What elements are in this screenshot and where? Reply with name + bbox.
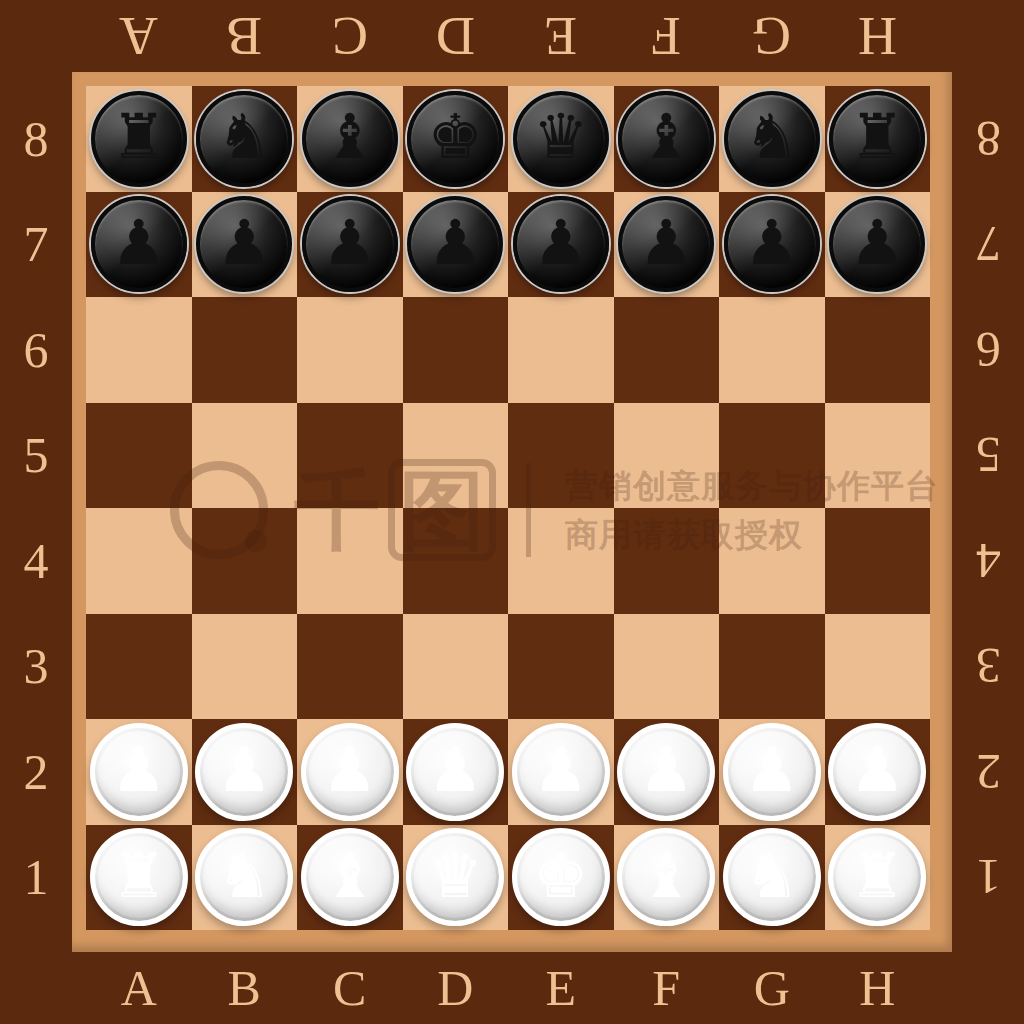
piece-white-pawn[interactable]: ♟ bbox=[90, 723, 188, 821]
rank-label-5: 5 bbox=[976, 426, 1001, 484]
file-label-f: F bbox=[652, 959, 680, 1017]
square-h1[interactable]: ♜ bbox=[825, 825, 931, 931]
file-label-f: F bbox=[651, 5, 681, 67]
square-f2[interactable]: ♟ bbox=[614, 719, 720, 825]
square-a2[interactable]: ♟ bbox=[86, 719, 192, 825]
piece-white-pawn[interactable]: ♟ bbox=[406, 723, 504, 821]
square-c2[interactable]: ♟ bbox=[297, 719, 403, 825]
square-c4[interactable] bbox=[297, 508, 403, 614]
piece-black-bishop[interactable]: ♝ bbox=[618, 91, 714, 187]
white-pawn-icon: ♟ bbox=[638, 739, 694, 801]
square-a1[interactable]: ♜ bbox=[86, 825, 192, 931]
white-pawn-icon: ♟ bbox=[744, 739, 800, 801]
black-pawn-icon: ♟ bbox=[533, 212, 589, 274]
black-bishop-icon: ♝ bbox=[322, 106, 378, 168]
rank-label-5: 5 bbox=[24, 426, 49, 484]
square-b6[interactable] bbox=[192, 297, 298, 403]
piece-black-pawn[interactable]: ♟ bbox=[513, 196, 609, 292]
square-a4[interactable] bbox=[86, 508, 192, 614]
piece-white-king[interactable]: ♚ bbox=[512, 828, 610, 926]
square-a5[interactable] bbox=[86, 403, 192, 509]
square-a8[interactable]: ♜ bbox=[86, 86, 192, 192]
rank-label-8: 8 bbox=[976, 110, 1001, 168]
rank-label-7: 7 bbox=[24, 215, 49, 273]
rank-label-2: 2 bbox=[24, 743, 49, 801]
chess-board-scene: ABCDEFGH 87654321 87654321 ABCDEFGH ♜♞♝♚… bbox=[0, 0, 1024, 1024]
rank-label-8: 8 bbox=[24, 110, 49, 168]
piece-white-rook[interactable]: ♜ bbox=[90, 828, 188, 926]
file-label-b: B bbox=[226, 5, 262, 67]
piece-white-pawn[interactable]: ♟ bbox=[195, 723, 293, 821]
square-g5[interactable] bbox=[719, 403, 825, 509]
rank-label-3: 3 bbox=[24, 637, 49, 695]
file-label-e: E bbox=[544, 5, 577, 67]
rank-label-4: 4 bbox=[976, 532, 1001, 590]
board-grid: ♜♞♝♚♛♝♞♜♟♟♟♟♟♟♟♟♟♟♟♟♟♟♟♟♜♞♝♛♚♝♞♜ bbox=[86, 86, 930, 930]
piece-white-pawn[interactable]: ♟ bbox=[512, 723, 610, 821]
square-d6[interactable] bbox=[403, 297, 509, 403]
black-pawn-icon: ♟ bbox=[638, 212, 694, 274]
square-h5[interactable] bbox=[825, 403, 931, 509]
square-g3[interactable] bbox=[719, 614, 825, 720]
square-d5[interactable] bbox=[403, 403, 509, 509]
square-f3[interactable] bbox=[614, 614, 720, 720]
piece-black-pawn[interactable]: ♟ bbox=[829, 196, 925, 292]
square-h2[interactable]: ♟ bbox=[825, 719, 931, 825]
white-knight-icon: ♞ bbox=[744, 845, 800, 907]
square-b3[interactable] bbox=[192, 614, 298, 720]
square-g8[interactable]: ♞ bbox=[719, 86, 825, 192]
piece-black-pawn[interactable]: ♟ bbox=[407, 196, 503, 292]
piece-white-knight[interactable]: ♞ bbox=[723, 828, 821, 926]
piece-black-pawn[interactable]: ♟ bbox=[302, 196, 398, 292]
rank-label-1: 1 bbox=[976, 848, 1001, 906]
black-pawn-icon: ♟ bbox=[427, 212, 483, 274]
rank-label-6: 6 bbox=[976, 321, 1001, 379]
rank-labels-left: 87654321 bbox=[0, 86, 72, 930]
black-knight-icon: ♞ bbox=[216, 106, 272, 168]
square-d8[interactable]: ♚ bbox=[403, 86, 509, 192]
square-f6[interactable] bbox=[614, 297, 720, 403]
black-bishop-icon: ♝ bbox=[638, 106, 694, 168]
square-c6[interactable] bbox=[297, 297, 403, 403]
white-rook-icon: ♜ bbox=[849, 845, 905, 907]
white-queen-icon: ♛ bbox=[427, 845, 483, 907]
square-h7[interactable]: ♟ bbox=[825, 192, 931, 298]
square-e5[interactable] bbox=[508, 403, 614, 509]
square-c5[interactable] bbox=[297, 403, 403, 509]
piece-black-rook[interactable]: ♜ bbox=[829, 91, 925, 187]
piece-white-bishop[interactable]: ♝ bbox=[617, 828, 715, 926]
rank-label-7: 7 bbox=[976, 215, 1001, 273]
white-pawn-icon: ♟ bbox=[111, 739, 167, 801]
white-king-icon: ♚ bbox=[533, 845, 589, 907]
file-label-a: A bbox=[119, 5, 158, 67]
white-bishop-icon: ♝ bbox=[322, 845, 378, 907]
piece-black-king[interactable]: ♚ bbox=[407, 91, 503, 187]
black-pawn-icon: ♟ bbox=[744, 212, 800, 274]
square-a3[interactable] bbox=[86, 614, 192, 720]
black-pawn-icon: ♟ bbox=[849, 212, 905, 274]
square-a6[interactable] bbox=[86, 297, 192, 403]
file-label-d: D bbox=[437, 959, 473, 1017]
white-bishop-icon: ♝ bbox=[638, 845, 694, 907]
square-c7[interactable]: ♟ bbox=[297, 192, 403, 298]
square-b2[interactable]: ♟ bbox=[192, 719, 298, 825]
rank-label-3: 3 bbox=[976, 637, 1001, 695]
square-g1[interactable]: ♞ bbox=[719, 825, 825, 931]
file-label-g: G bbox=[752, 5, 791, 67]
piece-white-pawn[interactable]: ♟ bbox=[301, 723, 399, 821]
file-label-h: H bbox=[858, 5, 897, 67]
square-d3[interactable] bbox=[403, 614, 509, 720]
rank-labels-right: 87654321 bbox=[952, 86, 1024, 930]
black-pawn-icon: ♟ bbox=[216, 212, 272, 274]
rank-label-6: 6 bbox=[24, 321, 49, 379]
square-b8[interactable]: ♞ bbox=[192, 86, 298, 192]
square-g7[interactable]: ♟ bbox=[719, 192, 825, 298]
file-label-c: C bbox=[332, 5, 368, 67]
square-h8[interactable]: ♜ bbox=[825, 86, 931, 192]
square-e8[interactable]: ♛ bbox=[508, 86, 614, 192]
square-f4[interactable] bbox=[614, 508, 720, 614]
white-pawn-icon: ♟ bbox=[427, 739, 483, 801]
white-pawn-icon: ♟ bbox=[322, 739, 378, 801]
square-d4[interactable] bbox=[403, 508, 509, 614]
square-d2[interactable]: ♟ bbox=[403, 719, 509, 825]
piece-white-bishop[interactable]: ♝ bbox=[301, 828, 399, 926]
black-pawn-icon: ♟ bbox=[111, 212, 167, 274]
square-b4[interactable] bbox=[192, 508, 298, 614]
square-e6[interactable] bbox=[508, 297, 614, 403]
piece-black-pawn[interactable]: ♟ bbox=[91, 196, 187, 292]
file-label-g: G bbox=[754, 959, 790, 1017]
file-label-e: E bbox=[545, 959, 576, 1017]
file-labels-bottom: ABCDEFGH bbox=[86, 952, 930, 1024]
piece-black-rook[interactable]: ♜ bbox=[91, 91, 187, 187]
square-g2[interactable]: ♟ bbox=[719, 719, 825, 825]
white-rook-icon: ♜ bbox=[111, 845, 167, 907]
black-rook-icon: ♜ bbox=[111, 106, 167, 168]
square-f8[interactable]: ♝ bbox=[614, 86, 720, 192]
white-pawn-icon: ♟ bbox=[216, 739, 272, 801]
square-b7[interactable]: ♟ bbox=[192, 192, 298, 298]
square-h4[interactable] bbox=[825, 508, 931, 614]
rank-label-1: 1 bbox=[24, 848, 49, 906]
square-e1[interactable]: ♚ bbox=[508, 825, 614, 931]
white-pawn-icon: ♟ bbox=[533, 739, 589, 801]
piece-black-pawn[interactable]: ♟ bbox=[724, 196, 820, 292]
square-g4[interactable] bbox=[719, 508, 825, 614]
square-f5[interactable] bbox=[614, 403, 720, 509]
rank-label-2: 2 bbox=[976, 743, 1001, 801]
file-labels-top: ABCDEFGH bbox=[86, 0, 930, 72]
piece-white-pawn[interactable]: ♟ bbox=[723, 723, 821, 821]
file-label-c: C bbox=[333, 959, 366, 1017]
piece-white-knight[interactable]: ♞ bbox=[195, 828, 293, 926]
piece-black-queen[interactable]: ♛ bbox=[513, 91, 609, 187]
file-label-a: A bbox=[121, 959, 157, 1017]
black-king-icon: ♚ bbox=[427, 106, 483, 168]
square-e7[interactable]: ♟ bbox=[508, 192, 614, 298]
square-b1[interactable]: ♞ bbox=[192, 825, 298, 931]
white-knight-icon: ♞ bbox=[216, 845, 272, 907]
square-h6[interactable] bbox=[825, 297, 931, 403]
board-frame: ♜♞♝♚♛♝♞♜♟♟♟♟♟♟♟♟♟♟♟♟♟♟♟♟♜♞♝♛♚♝♞♜ bbox=[72, 72, 952, 952]
black-rook-icon: ♜ bbox=[849, 106, 905, 168]
square-d1[interactable]: ♛ bbox=[403, 825, 509, 931]
file-label-h: H bbox=[859, 959, 895, 1017]
file-label-b: B bbox=[228, 959, 261, 1017]
piece-white-pawn[interactable]: ♟ bbox=[617, 723, 715, 821]
square-c3[interactable] bbox=[297, 614, 403, 720]
square-c1[interactable]: ♝ bbox=[297, 825, 403, 931]
piece-white-rook[interactable]: ♜ bbox=[828, 828, 926, 926]
black-queen-icon: ♛ bbox=[533, 106, 589, 168]
piece-black-bishop[interactable]: ♝ bbox=[302, 91, 398, 187]
square-e4[interactable] bbox=[508, 508, 614, 614]
piece-black-pawn[interactable]: ♟ bbox=[196, 196, 292, 292]
black-pawn-icon: ♟ bbox=[322, 212, 378, 274]
square-e2[interactable]: ♟ bbox=[508, 719, 614, 825]
square-f1[interactable]: ♝ bbox=[614, 825, 720, 931]
square-h3[interactable] bbox=[825, 614, 931, 720]
square-g6[interactable] bbox=[719, 297, 825, 403]
square-f7[interactable]: ♟ bbox=[614, 192, 720, 298]
file-label-d: D bbox=[436, 5, 475, 67]
rank-label-4: 4 bbox=[24, 532, 49, 590]
piece-black-pawn[interactable]: ♟ bbox=[618, 196, 714, 292]
white-pawn-icon: ♟ bbox=[849, 739, 905, 801]
square-d7[interactable]: ♟ bbox=[403, 192, 509, 298]
piece-black-knight[interactable]: ♞ bbox=[196, 91, 292, 187]
piece-white-queen[interactable]: ♛ bbox=[406, 828, 504, 926]
square-e3[interactable] bbox=[508, 614, 614, 720]
piece-black-knight[interactable]: ♞ bbox=[724, 91, 820, 187]
square-b5[interactable] bbox=[192, 403, 298, 509]
square-a7[interactable]: ♟ bbox=[86, 192, 192, 298]
square-c8[interactable]: ♝ bbox=[297, 86, 403, 192]
piece-white-pawn[interactable]: ♟ bbox=[828, 723, 926, 821]
black-knight-icon: ♞ bbox=[744, 106, 800, 168]
